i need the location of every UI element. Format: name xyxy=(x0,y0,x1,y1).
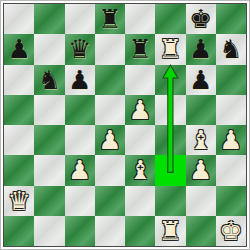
white-pawn[interactable]: ♟ xyxy=(219,125,242,155)
black-knight[interactable]: ♞ xyxy=(219,34,242,64)
square-e4[interactable] xyxy=(125,125,155,155)
square-h6[interactable] xyxy=(216,65,246,95)
square-h5[interactable] xyxy=(216,95,246,125)
square-b2[interactable] xyxy=(34,186,64,216)
white-rook[interactable]: ♜ xyxy=(159,34,182,64)
square-c4[interactable] xyxy=(65,125,95,155)
square-f4[interactable] xyxy=(155,125,185,155)
square-a7[interactable]: ♟ xyxy=(4,34,34,64)
white-pawn[interactable]: ♟ xyxy=(128,95,151,125)
square-b8[interactable] xyxy=(34,4,64,34)
square-f3[interactable] xyxy=(155,155,185,185)
square-c7[interactable]: ♛ xyxy=(65,34,95,64)
board-frame: ♜♚♟♛♜♜♟♞♞♟♟♟♟♝♟♟♝♟♛♜♚ xyxy=(0,0,250,250)
square-g8[interactable]: ♚ xyxy=(186,4,216,34)
white-king[interactable]: ♚ xyxy=(219,216,242,246)
square-h3[interactable] xyxy=(216,155,246,185)
square-g5[interactable] xyxy=(186,95,216,125)
white-rook[interactable]: ♜ xyxy=(159,216,182,246)
square-c5[interactable] xyxy=(65,95,95,125)
square-f7[interactable]: ♜ xyxy=(155,34,185,64)
square-b1[interactable] xyxy=(34,216,64,246)
square-a6[interactable] xyxy=(4,65,34,95)
square-a2[interactable]: ♛ xyxy=(4,186,34,216)
square-g4[interactable]: ♝ xyxy=(186,125,216,155)
square-a1[interactable] xyxy=(4,216,34,246)
square-b5[interactable] xyxy=(34,95,64,125)
square-c2[interactable] xyxy=(65,186,95,216)
square-g2[interactable] xyxy=(186,186,216,216)
square-g7[interactable]: ♟ xyxy=(186,34,216,64)
square-g1[interactable] xyxy=(186,216,216,246)
square-g6[interactable]: ♟ xyxy=(186,65,216,95)
square-c6[interactable]: ♟ xyxy=(65,65,95,95)
square-a8[interactable] xyxy=(4,4,34,34)
black-pawn[interactable]: ♟ xyxy=(189,34,212,64)
square-h4[interactable]: ♟ xyxy=(216,125,246,155)
square-c3[interactable]: ♟ xyxy=(65,155,95,185)
square-h1[interactable]: ♚ xyxy=(216,216,246,246)
square-d1[interactable] xyxy=(95,216,125,246)
white-bishop[interactable]: ♝ xyxy=(128,155,151,185)
square-a5[interactable] xyxy=(4,95,34,125)
square-d8[interactable]: ♜ xyxy=(95,4,125,34)
white-bishop[interactable]: ♝ xyxy=(189,125,212,155)
black-pawn[interactable]: ♟ xyxy=(68,65,91,95)
square-b7[interactable] xyxy=(34,34,64,64)
black-king[interactable]: ♚ xyxy=(189,4,212,34)
square-e2[interactable] xyxy=(125,186,155,216)
square-e3[interactable]: ♝ xyxy=(125,155,155,185)
white-pawn[interactable]: ♟ xyxy=(98,125,121,155)
square-b3[interactable] xyxy=(34,155,64,185)
square-h7[interactable]: ♞ xyxy=(216,34,246,64)
white-pawn[interactable]: ♟ xyxy=(189,155,212,185)
square-d6[interactable] xyxy=(95,65,125,95)
white-queen[interactable]: ♛ xyxy=(7,186,30,216)
square-f1[interactable]: ♜ xyxy=(155,216,185,246)
square-f5[interactable] xyxy=(155,95,185,125)
black-pawn[interactable]: ♟ xyxy=(189,65,212,95)
black-pawn[interactable]: ♟ xyxy=(7,34,30,64)
chess-board: ♜♚♟♛♜♜♟♞♞♟♟♟♟♝♟♟♝♟♛♜♚ xyxy=(4,4,246,246)
square-b4[interactable] xyxy=(34,125,64,155)
square-d3[interactable] xyxy=(95,155,125,185)
square-h2[interactable] xyxy=(216,186,246,216)
square-d5[interactable] xyxy=(95,95,125,125)
square-d2[interactable] xyxy=(95,186,125,216)
square-d4[interactable]: ♟ xyxy=(95,125,125,155)
black-rook[interactable]: ♜ xyxy=(98,4,121,34)
white-pawn[interactable]: ♟ xyxy=(68,155,91,185)
square-e8[interactable] xyxy=(125,4,155,34)
square-e7[interactable]: ♜ xyxy=(125,34,155,64)
square-f6[interactable] xyxy=(155,65,185,95)
black-queen[interactable]: ♛ xyxy=(68,34,91,64)
square-h8[interactable] xyxy=(216,4,246,34)
square-d7[interactable] xyxy=(95,34,125,64)
square-c8[interactable] xyxy=(65,4,95,34)
square-f8[interactable] xyxy=(155,4,185,34)
square-a4[interactable] xyxy=(4,125,34,155)
black-rook[interactable]: ♜ xyxy=(128,34,151,64)
square-c1[interactable] xyxy=(65,216,95,246)
square-e1[interactable] xyxy=(125,216,155,246)
black-knight[interactable]: ♞ xyxy=(38,65,61,95)
square-g3[interactable]: ♟ xyxy=(186,155,216,185)
board-wrap: ♜♚♟♛♜♜♟♞♞♟♟♟♟♝♟♟♝♟♛♜♚ xyxy=(3,3,247,247)
square-a3[interactable] xyxy=(4,155,34,185)
square-f2[interactable] xyxy=(155,186,185,216)
square-e6[interactable] xyxy=(125,65,155,95)
square-e5[interactable]: ♟ xyxy=(125,95,155,125)
square-b6[interactable]: ♞ xyxy=(34,65,64,95)
